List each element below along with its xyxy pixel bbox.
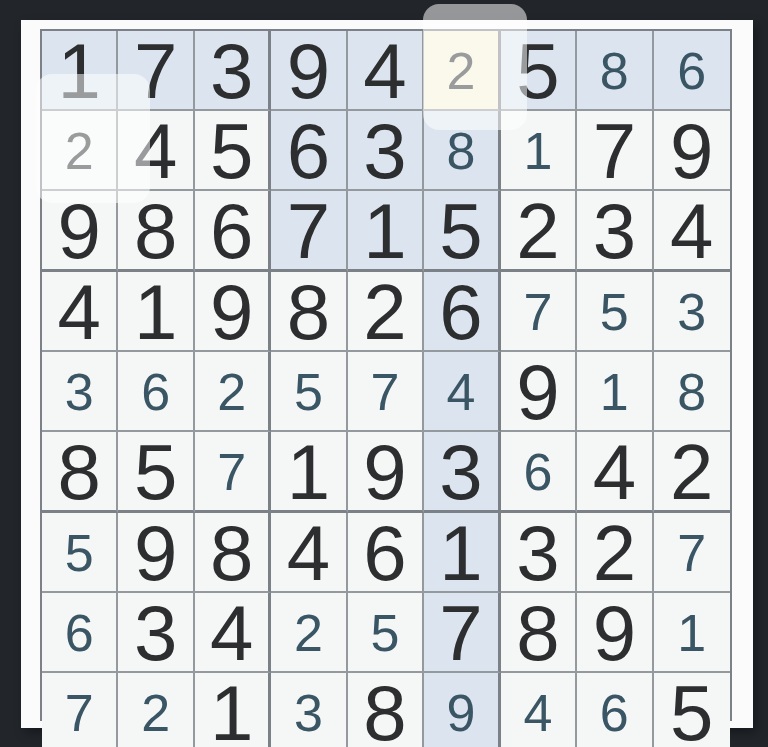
cell-r7c9[interactable]: 7 xyxy=(654,513,730,593)
digit: 4 xyxy=(593,433,636,511)
cell-r6c1[interactable]: 8 xyxy=(42,432,118,513)
cell-r9c7[interactable]: 4 xyxy=(501,673,577,747)
cell-r3c7[interactable]: 2 xyxy=(501,191,577,272)
digit: 6 xyxy=(439,273,482,351)
digit: 6 xyxy=(287,112,330,190)
cell-r1c7[interactable]: 5 xyxy=(501,31,577,111)
digit: 1 xyxy=(523,125,552,177)
digit: 3 xyxy=(65,366,94,418)
cell-r4c2[interactable]: 1 xyxy=(118,272,194,352)
cell-r5c5[interactable]: 7 xyxy=(348,352,424,432)
digit: 7 xyxy=(439,594,482,672)
cell-r2c5[interactable]: 3 xyxy=(348,111,424,191)
digit: 5 xyxy=(210,112,253,190)
digit: 4 xyxy=(287,514,330,592)
cell-r9c5[interactable]: 8 xyxy=(348,673,424,747)
digit: 4 xyxy=(134,112,177,190)
cell-r8c3[interactable]: 4 xyxy=(195,593,271,673)
cell-r6c8[interactable]: 4 xyxy=(577,432,653,513)
cell-r3c5[interactable]: 1 xyxy=(348,191,424,272)
cell-r1c5[interactable]: 4 xyxy=(348,31,424,111)
digit: 8 xyxy=(287,273,330,351)
cell-r9c8[interactable]: 6 xyxy=(577,673,653,747)
cell-r4c5[interactable]: 2 xyxy=(348,272,424,352)
digit: 9 xyxy=(134,514,177,592)
digit: 4 xyxy=(58,273,101,351)
digit: 4 xyxy=(446,366,475,418)
cell-r5c6[interactable]: 4 xyxy=(424,352,500,432)
cell-r3c8[interactable]: 3 xyxy=(577,191,653,272)
cell-r3c4[interactable]: 7 xyxy=(271,191,347,272)
cell-r9c4[interactable]: 3 xyxy=(271,673,347,747)
digit: 1 xyxy=(677,607,706,659)
cell-r7c8[interactable]: 2 xyxy=(577,513,653,593)
digit: 4 xyxy=(363,32,406,110)
cell-r8c4[interactable]: 2 xyxy=(271,593,347,673)
digit: 7 xyxy=(65,687,94,739)
cell-r7c3[interactable]: 8 xyxy=(195,513,271,593)
digit: 3 xyxy=(677,286,706,338)
cell-r2c6[interactable]: 8 xyxy=(424,111,500,191)
digit: 8 xyxy=(363,674,406,747)
digit: 7 xyxy=(287,192,330,270)
digit: 8 xyxy=(600,45,629,97)
digit: 9 xyxy=(446,687,475,739)
cell-r1c1[interactable]: 1 xyxy=(42,31,118,111)
digit: 3 xyxy=(363,112,406,190)
digit: 2 xyxy=(65,125,94,177)
cell-r8c9[interactable]: 1 xyxy=(654,593,730,673)
digit: 2 xyxy=(294,607,323,659)
digit: 2 xyxy=(516,192,559,270)
digit: 5 xyxy=(439,192,482,270)
digit: 7 xyxy=(371,366,400,418)
digit: 7 xyxy=(217,446,246,498)
sudoku-grid: 1739425862456381799867152344198267533625… xyxy=(40,29,732,721)
digit: 7 xyxy=(134,32,177,110)
digit: 3 xyxy=(516,514,559,592)
cell-r2c3[interactable]: 5 xyxy=(195,111,271,191)
digit: 8 xyxy=(210,514,253,592)
digit: 6 xyxy=(65,607,94,659)
cell-r1c3[interactable]: 3 xyxy=(195,31,271,111)
digit: 6 xyxy=(677,45,706,97)
cell-r6c4[interactable]: 1 xyxy=(271,432,347,513)
digit: 3 xyxy=(439,433,482,511)
digit: 8 xyxy=(516,594,559,672)
digit: 4 xyxy=(670,192,713,270)
digit: 6 xyxy=(523,446,552,498)
digit: 6 xyxy=(210,192,253,270)
digit: 7 xyxy=(677,527,706,579)
digit: 2 xyxy=(670,433,713,511)
digit: 1 xyxy=(134,273,177,351)
digit: 1 xyxy=(363,192,406,270)
cell-r4c3[interactable]: 9 xyxy=(195,272,271,352)
digit: 8 xyxy=(134,192,177,270)
cell-r1c9[interactable]: 6 xyxy=(654,31,730,111)
cell-r2c2[interactable]: 4 xyxy=(118,111,194,191)
cell-r6c3[interactable]: 7 xyxy=(195,432,271,513)
digit: 1 xyxy=(439,514,482,592)
cell-r4c7[interactable]: 7 xyxy=(501,272,577,352)
digit: 3 xyxy=(134,594,177,672)
digit: 6 xyxy=(363,514,406,592)
cell-r8c1[interactable]: 6 xyxy=(42,593,118,673)
cell-r4c8[interactable]: 5 xyxy=(577,272,653,352)
digit: 9 xyxy=(593,594,636,672)
digit: 5 xyxy=(65,527,94,579)
cell-r8c5[interactable]: 5 xyxy=(348,593,424,673)
digit: 8 xyxy=(677,366,706,418)
cell-r8c6[interactable]: 7 xyxy=(424,593,500,673)
cell-r2c1[interactable]: 2 xyxy=(42,111,118,191)
digit: 3 xyxy=(210,32,253,110)
cell-r3c2[interactable]: 8 xyxy=(118,191,194,272)
cell-r4c4[interactable]: 8 xyxy=(271,272,347,352)
digit: 5 xyxy=(670,674,713,747)
cell-r1c4[interactable]: 9 xyxy=(271,31,347,111)
digit: 1 xyxy=(287,433,330,511)
cell-r5c4[interactable]: 5 xyxy=(271,352,347,432)
digit: 8 xyxy=(58,433,101,511)
cell-r9c6[interactable]: 9 xyxy=(424,673,500,747)
digit: 1 xyxy=(600,366,629,418)
cell-r3c3[interactable]: 6 xyxy=(195,191,271,272)
cell-r7c7[interactable]: 3 xyxy=(501,513,577,593)
cell-r5c3[interactable]: 2 xyxy=(195,352,271,432)
cell-r9c1[interactable]: 7 xyxy=(42,673,118,747)
digit: 8 xyxy=(446,125,475,177)
cell-r1c6[interactable]: 2 xyxy=(424,31,500,111)
cell-r6c7[interactable]: 6 xyxy=(501,432,577,513)
digit: 2 xyxy=(217,366,246,418)
digit: 5 xyxy=(600,286,629,338)
digit: 9 xyxy=(287,32,330,110)
sudoku-board: 1739425862456381799867152344198267533625… xyxy=(21,20,753,728)
digit: 3 xyxy=(593,192,636,270)
digit: 9 xyxy=(58,192,101,270)
cell-r9c3[interactable]: 1 xyxy=(195,673,271,747)
cell-r9c9[interactable]: 5 xyxy=(654,673,730,747)
digit: 9 xyxy=(363,433,406,511)
cell-r2c9[interactable]: 9 xyxy=(654,111,730,191)
digit: 1 xyxy=(210,674,253,747)
cell-r7c5[interactable]: 6 xyxy=(348,513,424,593)
cell-r7c2[interactable]: 9 xyxy=(118,513,194,593)
cell-r5c8[interactable]: 1 xyxy=(577,352,653,432)
digit: 5 xyxy=(371,607,400,659)
digit: 2 xyxy=(593,514,636,592)
digit: 6 xyxy=(141,366,170,418)
cell-r4c1[interactable]: 4 xyxy=(42,272,118,352)
cell-r2c4[interactable]: 6 xyxy=(271,111,347,191)
cell-r3c9[interactable]: 4 xyxy=(654,191,730,272)
cell-r6c2[interactable]: 5 xyxy=(118,432,194,513)
digit: 7 xyxy=(593,112,636,190)
digit: 5 xyxy=(516,32,559,110)
cell-r4c6[interactable]: 6 xyxy=(424,272,500,352)
digit: 9 xyxy=(516,353,559,431)
digit: 4 xyxy=(210,594,253,672)
cell-r4c9[interactable]: 3 xyxy=(654,272,730,352)
digit: 2 xyxy=(141,687,170,739)
cell-r6c6[interactable]: 3 xyxy=(424,432,500,513)
cell-r8c7[interactable]: 8 xyxy=(501,593,577,673)
cell-r6c5[interactable]: 9 xyxy=(348,432,424,513)
cell-r5c1[interactable]: 3 xyxy=(42,352,118,432)
cell-r2c8[interactable]: 7 xyxy=(577,111,653,191)
digit: 4 xyxy=(523,687,552,739)
cell-r2c7[interactable]: 1 xyxy=(501,111,577,191)
digit: 1 xyxy=(58,32,101,110)
cell-r1c2[interactable]: 7 xyxy=(118,31,194,111)
digit: 9 xyxy=(670,112,713,190)
cell-r3c1[interactable]: 9 xyxy=(42,191,118,272)
cell-r5c2[interactable]: 6 xyxy=(118,352,194,432)
cell-r1c8[interactable]: 8 xyxy=(577,31,653,111)
digit: 5 xyxy=(294,366,323,418)
cell-r6c9[interactable]: 2 xyxy=(654,432,730,513)
digit: 7 xyxy=(523,286,552,338)
cell-r8c2[interactable]: 3 xyxy=(118,593,194,673)
cell-r7c6[interactable]: 1 xyxy=(424,513,500,593)
cell-r9c2[interactable]: 2 xyxy=(118,673,194,747)
cell-r7c1[interactable]: 5 xyxy=(42,513,118,593)
digit: 6 xyxy=(600,687,629,739)
cell-r5c7[interactable]: 9 xyxy=(501,352,577,432)
digit: 3 xyxy=(294,687,323,739)
digit: 9 xyxy=(210,273,253,351)
digit: 5 xyxy=(134,433,177,511)
cell-r7c4[interactable]: 4 xyxy=(271,513,347,593)
cell-r3c6[interactable]: 5 xyxy=(424,191,500,272)
cell-r8c8[interactable]: 9 xyxy=(577,593,653,673)
digit: 2 xyxy=(363,273,406,351)
digit: 2 xyxy=(446,45,475,97)
cell-r5c9[interactable]: 8 xyxy=(654,352,730,432)
